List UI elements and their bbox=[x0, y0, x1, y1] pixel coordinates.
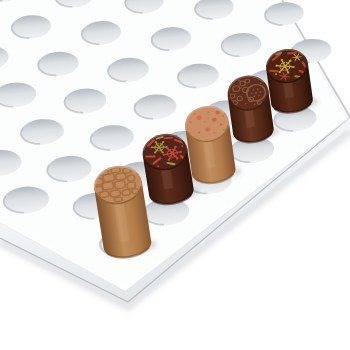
chocolate-mold-photo bbox=[0, 0, 350, 350]
scene-svg bbox=[0, 0, 350, 350]
